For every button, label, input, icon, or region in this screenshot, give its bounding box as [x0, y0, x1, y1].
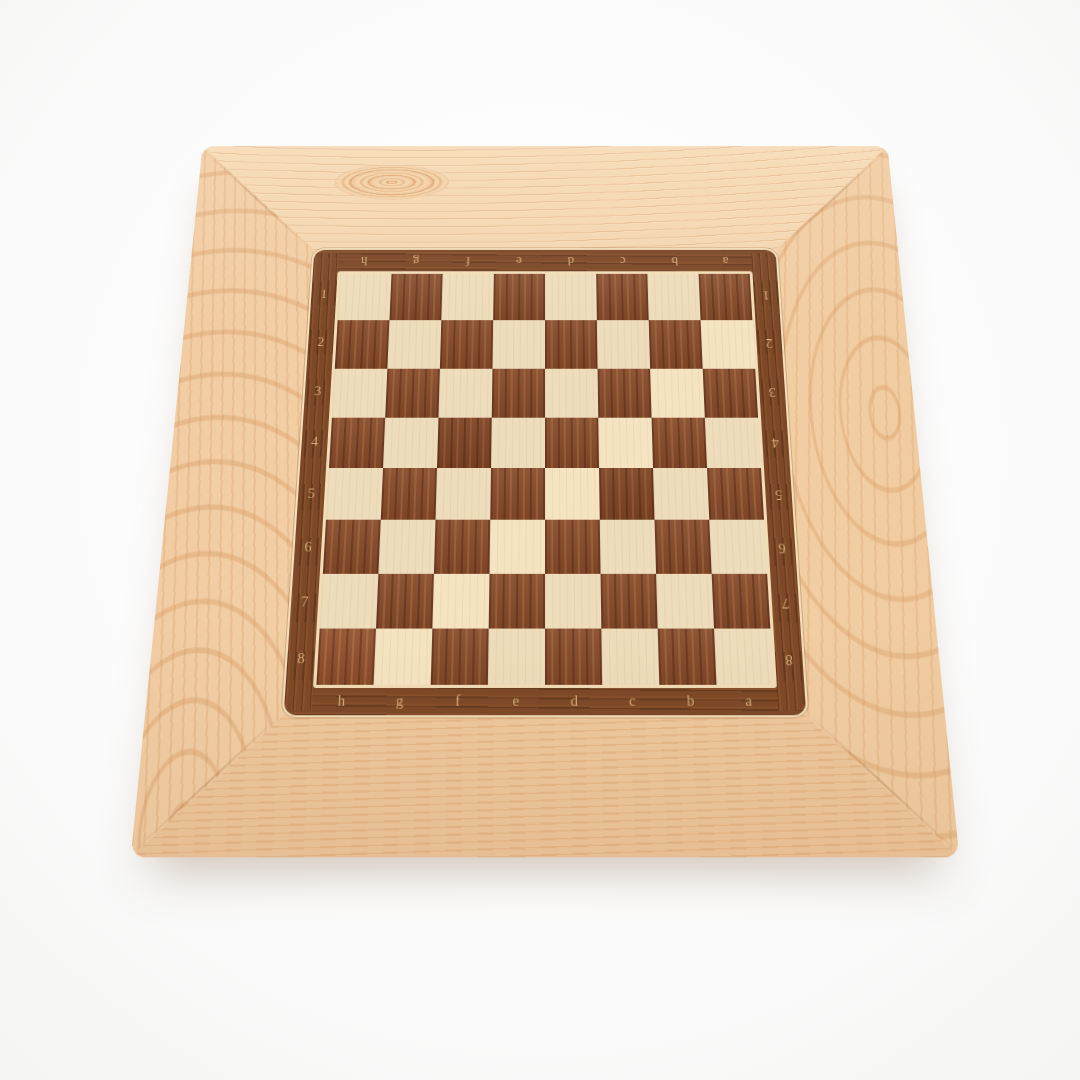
file-label-bottom-c: c	[603, 688, 662, 715]
file-label-top-f: f	[441, 250, 493, 271]
square-d1	[545, 274, 597, 321]
square-g8	[374, 628, 433, 685]
square-g1	[389, 274, 442, 321]
file-label-bottom-b: b	[661, 688, 720, 715]
file-label-top-c: c	[597, 250, 649, 271]
square-b5	[653, 468, 709, 520]
square-h1	[338, 274, 392, 321]
rank-label-left-1: 1	[310, 271, 338, 318]
square-g5	[381, 468, 437, 520]
square-b4	[652, 417, 707, 468]
rank-label-left-7: 7	[289, 575, 319, 631]
file-label-top-g: g	[389, 250, 441, 271]
square-a2	[701, 320, 756, 368]
rank-label-left-8: 8	[285, 631, 316, 688]
square-f6	[434, 520, 490, 573]
rank-label-right-6: 6	[767, 521, 797, 575]
square-c5	[599, 468, 655, 520]
rank-label-right-1: 1	[752, 271, 780, 318]
file-label-top-b: b	[648, 250, 700, 271]
square-g2	[387, 320, 441, 368]
file-label-bottom-a: a	[719, 688, 779, 715]
coordinate-border: hgfedcba hgfedcba 12345678 12345678	[284, 250, 807, 715]
square-h4	[329, 417, 385, 468]
file-label-top-h: h	[338, 250, 391, 271]
square-d2	[545, 320, 598, 368]
file-label-bottom-g: g	[370, 688, 429, 715]
square-c4	[598, 417, 653, 468]
square-h2	[335, 320, 390, 368]
file-label-top-e: e	[493, 250, 545, 271]
square-e2	[492, 320, 545, 368]
rank-label-left-3: 3	[303, 367, 332, 417]
square-a3	[703, 368, 758, 417]
rank-label-left-2: 2	[307, 319, 335, 367]
square-e6	[489, 520, 545, 573]
rank-label-right-4: 4	[761, 417, 790, 468]
square-b6	[655, 520, 712, 573]
board-grid	[316, 274, 773, 685]
square-h8	[316, 628, 376, 685]
rank-label-right-3: 3	[758, 367, 787, 417]
rank-label-right-5: 5	[764, 468, 793, 521]
chessboard: hgfedcba hgfedcba 12345678 12345678	[131, 146, 960, 857]
square-d5	[545, 468, 600, 520]
square-e3	[492, 368, 545, 417]
square-a4	[705, 417, 761, 468]
square-g3	[385, 368, 440, 417]
square-f5	[435, 468, 491, 520]
playing-field	[313, 271, 777, 688]
rank-label-right-8: 8	[774, 631, 805, 688]
rank-label-left-4: 4	[300, 417, 329, 468]
square-h3	[332, 368, 387, 417]
square-b2	[649, 320, 703, 368]
rank-label-right-2: 2	[755, 319, 783, 367]
square-e5	[490, 468, 545, 520]
file-label-top-a: a	[700, 250, 753, 271]
square-a8	[714, 628, 774, 685]
square-b7	[656, 573, 714, 628]
square-b1	[647, 274, 700, 321]
square-b8	[658, 628, 717, 685]
square-c1	[596, 274, 649, 321]
square-a5	[707, 468, 764, 520]
square-d6	[545, 520, 601, 573]
file-label-bottom-h: h	[311, 688, 371, 715]
file-label-bottom-d: d	[545, 688, 603, 715]
square-e1	[493, 274, 545, 321]
square-d4	[545, 417, 599, 468]
square-g7	[376, 573, 434, 628]
file-labels-bottom: hgfedcba	[311, 688, 778, 715]
file-labels-top: hgfedcba	[338, 250, 753, 271]
square-c6	[600, 520, 656, 573]
file-label-bottom-f: f	[428, 688, 487, 715]
square-a1	[699, 274, 753, 321]
square-g4	[383, 417, 438, 468]
square-h6	[323, 520, 381, 573]
square-c3	[598, 368, 652, 417]
square-d7	[545, 573, 601, 628]
square-h7	[320, 573, 379, 628]
file-label-top-d: d	[545, 250, 597, 271]
wood-knot	[333, 165, 449, 200]
scene: hgfedcba hgfedcba 12345678 12345678	[0, 0, 1080, 1080]
square-a7	[712, 573, 771, 628]
square-f2	[440, 320, 493, 368]
square-f4	[437, 417, 492, 468]
square-b3	[650, 368, 705, 417]
square-f8	[431, 628, 489, 685]
rank-label-left-5: 5	[297, 468, 326, 521]
square-e8	[488, 628, 545, 685]
square-h5	[326, 468, 383, 520]
square-c2	[597, 320, 650, 368]
rank-label-right-7: 7	[770, 575, 800, 631]
square-e7	[489, 573, 545, 628]
square-d3	[545, 368, 598, 417]
square-f1	[441, 274, 494, 321]
square-f7	[432, 573, 489, 628]
square-c7	[601, 573, 658, 628]
square-a6	[709, 520, 767, 573]
square-e4	[491, 417, 545, 468]
file-label-bottom-e: e	[487, 688, 545, 715]
rank-label-left-6: 6	[293, 521, 323, 575]
square-f3	[438, 368, 492, 417]
square-c8	[601, 628, 659, 685]
square-d8	[545, 628, 602, 685]
board-frame: hgfedcba hgfedcba 12345678 12345678	[131, 146, 960, 857]
square-g6	[378, 520, 435, 573]
